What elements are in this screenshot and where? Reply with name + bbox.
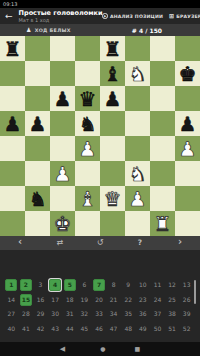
square-a4[interactable] [0, 136, 25, 161]
puzzle-number-label: 41 [22, 326, 30, 332]
square-f2[interactable]: ♟ [125, 186, 150, 211]
square-f7[interactable]: ♞ [125, 61, 150, 86]
puzzle-number-21[interactable]: 21 [106, 293, 121, 308]
puzzle-number-6[interactable]: 6 [77, 278, 92, 293]
square-f1[interactable] [125, 211, 150, 236]
nav-home-icon[interactable]: ● [100, 346, 105, 352]
next-move-button[interactable]: › [168, 237, 192, 247]
puzzle-number-13[interactable]: 13 [179, 278, 194, 293]
square-a1[interactable] [0, 211, 25, 236]
puzzle-number-label: 5 [64, 279, 76, 291]
puzzle-number-label: 20 [95, 297, 103, 303]
browser-label: БРАУЗЕР [176, 14, 200, 19]
puzzle-number-51[interactable]: 51 [165, 322, 180, 337]
browser-button[interactable]: ⊞ БРАУЗЕР [169, 13, 200, 19]
puzzle-number-20[interactable]: 20 [92, 293, 107, 308]
nav-back-icon[interactable]: ◀ [60, 346, 65, 353]
square-f8[interactable] [125, 36, 150, 61]
white-rook[interactable]: ♜ [154, 213, 172, 233]
puzzle-number-31[interactable]: 31 [62, 307, 77, 322]
square-c5[interactable] [50, 111, 75, 136]
puzzle-number-23[interactable]: 23 [136, 293, 151, 308]
puzzle-number-label: 25 [168, 297, 176, 303]
square-b2[interactable]: ♞ [25, 186, 50, 211]
white-pawn[interactable]: ♟ [179, 138, 197, 158]
square-h6[interactable] [175, 86, 200, 111]
white-pawn[interactable]: ♟ [129, 188, 147, 208]
puzzle-number-label: 36 [139, 311, 147, 317]
square-b7[interactable] [25, 61, 50, 86]
puzzle-number-label: 35 [124, 311, 132, 317]
puzzle-number-label: 44 [66, 326, 74, 332]
puzzle-number-label: 14 [7, 297, 15, 303]
puzzle-number-label: 22 [124, 297, 132, 303]
puzzle-number-label: 33 [95, 311, 103, 317]
square-b6[interactable] [25, 86, 50, 111]
puzzle-number-29[interactable]: 29 [33, 307, 48, 322]
puzzle-number-label: 42 [37, 326, 45, 332]
app-screen: 09:13 ← Простые головоломки Мат в 1 ход … [0, 0, 200, 356]
square-e3[interactable] [100, 161, 125, 186]
status-time: 09:13 [3, 2, 17, 7]
puzzle-number-label: 21 [110, 297, 118, 303]
puzzle-status-bar: ♟ ХОД БЕЛЫХ # 4 / 150 [0, 24, 200, 36]
puzzle-number-14[interactable]: 14 [4, 293, 19, 308]
puzzle-number-45[interactable]: 45 [77, 322, 92, 337]
puzzle-number-label: 2 [20, 279, 32, 291]
puzzle-number-label: 34 [110, 311, 118, 317]
white-pawn[interactable]: ♟ [54, 163, 72, 183]
header-titles: Простые головоломки Мат в 1 ход [19, 9, 103, 24]
puzzle-number-44[interactable]: 44 [62, 322, 77, 337]
puzzle-number-15[interactable]: 15 [19, 293, 34, 308]
puzzle-number-label: 13 [183, 282, 191, 288]
black-pawn[interactable]: ♟ [104, 88, 122, 108]
header-actions: ▶ АНАЛИЗ ПОЗИЦИИ ⊞ БРАУЗЕР ⋮ [102, 12, 200, 20]
square-g6[interactable] [150, 86, 175, 111]
puzzle-number-label: 29 [37, 311, 45, 317]
black-knight[interactable]: ♞ [79, 113, 97, 133]
side-to-move-indicator: ♟ ХОД БЕЛЫХ [26, 27, 71, 33]
square-f5[interactable] [125, 111, 150, 136]
restart-button[interactable]: ↺ [88, 239, 112, 247]
analyze-position-button[interactable]: ▶ АНАЛИЗ ПОЗИЦИИ [102, 13, 163, 19]
puzzle-number-48[interactable]: 48 [121, 322, 136, 337]
puzzle-number-label: 50 [154, 326, 162, 332]
square-a6[interactable] [0, 86, 25, 111]
puzzle-number-16[interactable]: 16 [33, 293, 48, 308]
puzzle-number-label: 32 [81, 311, 89, 317]
puzzle-number-label: 8 [112, 282, 116, 288]
puzzle-number-4[interactable]: 4 [48, 278, 63, 293]
puzzle-number-25[interactable]: 25 [165, 293, 180, 308]
black-pawn[interactable]: ♟ [54, 88, 72, 108]
puzzle-number-7[interactable]: 7 [92, 278, 107, 293]
puzzle-number-36[interactable]: 36 [136, 307, 151, 322]
puzzle-number-label: 46 [95, 326, 103, 332]
square-g1[interactable]: ♜ [150, 211, 175, 236]
back-arrow-icon[interactable]: ← [5, 12, 13, 21]
puzzle-list-section: 1234567891011121314151617181920212223242… [4, 278, 194, 338]
puzzle-number-5[interactable]: 5 [62, 278, 77, 293]
puzzle-number-33[interactable]: 33 [92, 307, 107, 322]
puzzle-number-label: 17 [51, 297, 59, 303]
puzzle-number-30[interactable]: 30 [48, 307, 63, 322]
puzzle-number-37[interactable]: 37 [150, 307, 165, 322]
square-c8[interactable] [50, 36, 75, 61]
puzzle-number-47[interactable]: 47 [106, 322, 121, 337]
puzzle-number-10[interactable]: 10 [136, 278, 151, 293]
square-g4[interactable] [150, 136, 175, 161]
prev-move-button[interactable]: ‹ [8, 237, 32, 247]
puzzle-number-41[interactable]: 41 [19, 322, 34, 337]
puzzle-number-52[interactable]: 52 [179, 322, 194, 337]
android-nav-bar: ◀ ● ■ [0, 342, 200, 356]
square-d6[interactable]: ♛ [75, 86, 100, 111]
puzzle-counter: # 4 / 150 [132, 24, 162, 36]
puzzle-number-label: 19 [81, 297, 89, 303]
square-b1[interactable] [25, 211, 50, 236]
puzzle-number-43[interactable]: 43 [48, 322, 63, 337]
puzzle-number-label: 23 [139, 297, 147, 303]
puzzle-number-label: 38 [168, 311, 176, 317]
square-a2[interactable] [0, 186, 25, 211]
square-a8[interactable]: ♜ [0, 36, 25, 61]
square-c1[interactable]: ♚ [50, 211, 75, 236]
puzzle-number-label: 10 [139, 282, 147, 288]
square-b8[interactable] [25, 36, 50, 61]
hint-button[interactable]: ? [128, 239, 152, 247]
square-c4[interactable] [50, 136, 75, 161]
square-e4[interactable] [100, 136, 125, 161]
puzzle-number-label: 30 [51, 311, 59, 317]
square-e7[interactable]: ♝ [100, 61, 125, 86]
analyze-position-label: АНАЛИЗ ПОЗИЦИИ [110, 14, 163, 19]
nav-recents-icon[interactable]: ■ [134, 346, 140, 352]
square-c3[interactable]: ♟ [50, 161, 75, 186]
square-e8[interactable]: ♜ [100, 36, 125, 61]
square-d3[interactable] [75, 161, 100, 186]
square-e5[interactable] [100, 111, 125, 136]
white-knight[interactable]: ♞ [129, 163, 147, 183]
black-rook[interactable]: ♜ [104, 38, 122, 58]
puzzle-number-1[interactable]: 1 [4, 278, 19, 293]
square-e2[interactable]: ♛ [100, 186, 125, 211]
puzzle-number-label: 26 [183, 297, 191, 303]
puzzle-number-label: 39 [183, 311, 191, 317]
puzzle-number-label: 1 [5, 279, 17, 291]
puzzle-number-11[interactable]: 11 [150, 278, 165, 293]
black-bishop[interactable]: ♝ [104, 63, 122, 83]
grid-icon: ⊞ [169, 13, 174, 19]
puzzle-number-22[interactable]: 22 [121, 293, 136, 308]
puzzle-number-49[interactable]: 49 [136, 322, 151, 337]
puzzle-number-label: 45 [81, 326, 89, 332]
puzzle-number-40[interactable]: 40 [4, 322, 19, 337]
puzzle-number-label: 49 [139, 326, 147, 332]
puzzle-number-label: 31 [66, 311, 74, 317]
puzzle-number-19[interactable]: 19 [77, 293, 92, 308]
square-a3[interactable] [0, 161, 25, 186]
puzzle-number-label: 11 [154, 282, 162, 288]
square-c2[interactable] [50, 186, 75, 211]
puzzle-number-18[interactable]: 18 [62, 293, 77, 308]
page-title: Простые головоломки [19, 9, 103, 17]
square-b3[interactable] [25, 161, 50, 186]
square-h4[interactable]: ♟ [175, 136, 200, 161]
puzzle-number-label: 48 [124, 326, 132, 332]
square-c6[interactable]: ♟ [50, 86, 75, 111]
puzzle-number-grid: 1234567891011121314151617181920212223242… [4, 278, 194, 336]
puzzle-number-label: 15 [20, 294, 32, 306]
chess-board: ♜♜♝♞♚♟♛♟♟♟♞♟♟♟♟♞♞♝♛♟♚♜ [0, 36, 200, 236]
square-h5[interactable]: ♟ [175, 111, 200, 136]
puzzle-number-label: 4 [49, 279, 61, 291]
square-g5[interactable] [150, 111, 175, 136]
black-queen[interactable]: ♛ [79, 88, 97, 108]
page-subtitle: Мат в 1 ход [19, 17, 103, 24]
square-b5[interactable]: ♟ [25, 111, 50, 136]
puzzle-toolbar: ‹⇄↺?› [0, 236, 200, 250]
puzzle-number-label: 9 [126, 282, 130, 288]
puzzle-number-27[interactable]: 27 [4, 307, 19, 322]
puzzle-number-28[interactable]: 28 [19, 307, 34, 322]
puzzle-number-label: 27 [7, 311, 15, 317]
square-e6[interactable]: ♟ [100, 86, 125, 111]
puzzle-number-34[interactable]: 34 [106, 307, 121, 322]
black-king[interactable]: ♚ [179, 63, 197, 83]
scrollbar[interactable] [194, 280, 196, 304]
play-circle-icon: ▶ [102, 13, 108, 19]
puzzle-number-12[interactable]: 12 [165, 278, 180, 293]
puzzle-number-32[interactable]: 32 [77, 307, 92, 322]
puzzle-number-39[interactable]: 39 [179, 307, 194, 322]
white-king[interactable]: ♚ [54, 213, 72, 233]
black-knight[interactable]: ♞ [29, 188, 47, 208]
square-g8[interactable] [150, 36, 175, 61]
square-d1[interactable] [75, 211, 100, 236]
puzzle-number-label: 18 [66, 297, 74, 303]
square-h2[interactable] [175, 186, 200, 211]
square-b4[interactable] [25, 136, 50, 161]
swap-arrows-icon: ⇄ [57, 238, 64, 247]
chevron-right-icon: › [178, 236, 182, 247]
square-h1[interactable] [175, 211, 200, 236]
puzzle-number-46[interactable]: 46 [92, 322, 107, 337]
puzzle-number-label: 24 [154, 297, 162, 303]
square-d4[interactable]: ♟ [75, 136, 100, 161]
puzzle-number-17[interactable]: 17 [48, 293, 63, 308]
puzzle-number-9[interactable]: 9 [121, 278, 136, 293]
puzzle-number-label: 12 [168, 282, 176, 288]
square-g3[interactable] [150, 161, 175, 186]
puzzle-number-2[interactable]: 2 [19, 278, 34, 293]
black-pawn[interactable]: ♟ [4, 113, 22, 133]
puzzle-number-26[interactable]: 26 [179, 293, 194, 308]
puzzle-number-50[interactable]: 50 [150, 322, 165, 337]
square-h3[interactable] [175, 161, 200, 186]
black-pawn[interactable]: ♟ [29, 113, 47, 133]
chevron-left-icon: ‹ [18, 236, 22, 247]
puzzle-number-42[interactable]: 42 [33, 322, 48, 337]
black-pawn[interactable]: ♟ [179, 113, 197, 133]
puzzle-number-label: 52 [183, 326, 191, 332]
puzzle-number-label: 6 [82, 282, 86, 288]
puzzle-number-38[interactable]: 38 [165, 307, 180, 322]
square-f3[interactable]: ♞ [125, 161, 150, 186]
square-c7[interactable] [50, 61, 75, 86]
square-d7[interactable] [75, 61, 100, 86]
puzzle-number-label: 43 [51, 326, 59, 332]
square-e1[interactable] [100, 211, 125, 236]
puzzle-number-3[interactable]: 3 [33, 278, 48, 293]
puzzle-number-label: 37 [154, 311, 162, 317]
undo-icon: ↺ [97, 238, 104, 247]
square-g2[interactable] [150, 186, 175, 211]
square-g7[interactable] [150, 61, 175, 86]
puzzle-number-label: 16 [37, 297, 45, 303]
puzzle-number-35[interactable]: 35 [121, 307, 136, 322]
square-f6[interactable] [125, 86, 150, 111]
puzzle-number-label: 47 [110, 326, 118, 332]
app-header: ← Простые головоломки Мат в 1 ход ▶ АНАЛ… [0, 8, 200, 24]
puzzle-number-label: 51 [168, 326, 176, 332]
white-knight[interactable]: ♞ [129, 63, 147, 83]
square-h8[interactable] [175, 36, 200, 61]
square-h7[interactable]: ♚ [175, 61, 200, 86]
puzzle-number-8[interactable]: 8 [106, 278, 121, 293]
square-d8[interactable] [75, 36, 100, 61]
puzzle-number-label: 3 [39, 282, 43, 288]
black-rook[interactable]: ♜ [4, 38, 22, 58]
white-queen[interactable]: ♛ [104, 188, 122, 208]
moves-button[interactable]: ⇄ [48, 239, 72, 247]
white-pawn-icon: ♟ [26, 27, 32, 33]
puzzle-number-label: 28 [22, 311, 30, 317]
white-pawn[interactable]: ♟ [79, 138, 97, 158]
square-a5[interactable]: ♟ [0, 111, 25, 136]
puzzle-number-label: 7 [93, 279, 105, 291]
puzzle-number-24[interactable]: 24 [150, 293, 165, 308]
side-to-move-label: ХОД БЕЛЫХ [35, 28, 71, 33]
white-bishop[interactable]: ♝ [79, 188, 97, 208]
square-d5[interactable]: ♞ [75, 111, 100, 136]
square-a7[interactable] [0, 61, 25, 86]
square-f4[interactable] [125, 136, 150, 161]
status-bar: 09:13 [0, 0, 200, 8]
question-icon: ? [138, 238, 142, 247]
puzzle-number-label: 40 [7, 326, 15, 332]
square-d2[interactable]: ♝ [75, 186, 100, 211]
